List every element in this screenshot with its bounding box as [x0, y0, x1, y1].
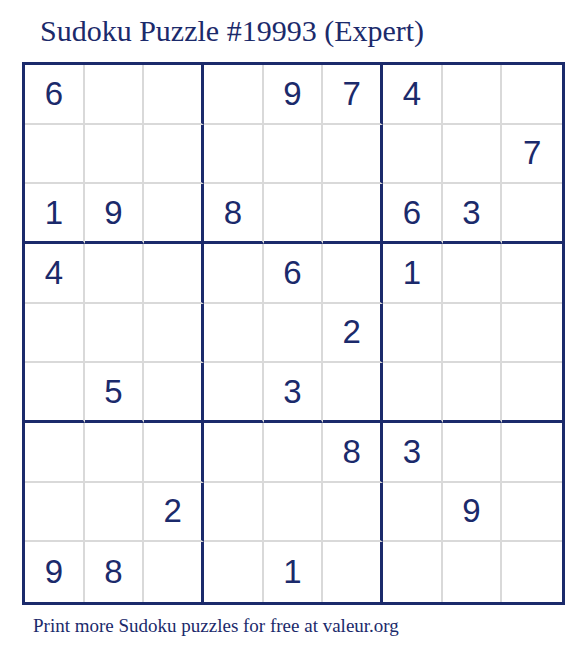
cell-r8c6-empty[interactable]	[323, 483, 383, 543]
cell-r4c4-empty[interactable]	[204, 244, 264, 304]
cell-r2c7-empty[interactable]	[383, 125, 443, 185]
cell-r7c8-empty[interactable]	[443, 423, 503, 483]
cell-r6c7-empty[interactable]	[383, 363, 443, 423]
cell-r2c8-empty[interactable]	[443, 125, 503, 185]
cell-r8c3-given-2[interactable]: 2	[144, 483, 204, 543]
cell-r7c5-empty[interactable]	[264, 423, 324, 483]
cell-r1c9-empty[interactable]	[502, 65, 562, 125]
cell-r8c4-empty[interactable]	[204, 483, 264, 543]
cell-r9c1-given-9[interactable]: 9	[25, 542, 85, 602]
cell-r5c5-empty[interactable]	[264, 304, 324, 364]
cell-r2c4-empty[interactable]	[204, 125, 264, 185]
cell-r1c6-given-7[interactable]: 7	[323, 65, 383, 125]
cell-r1c5-given-9[interactable]: 9	[264, 65, 324, 125]
cell-r2c5-empty[interactable]	[264, 125, 324, 185]
cell-r8c5-empty[interactable]	[264, 483, 324, 543]
cell-r9c7-empty[interactable]	[383, 542, 443, 602]
cell-r4c7-given-1[interactable]: 1	[383, 244, 443, 304]
cell-r1c8-empty[interactable]	[443, 65, 503, 125]
cell-r8c9-empty[interactable]	[502, 483, 562, 543]
cell-r3c9-empty[interactable]	[502, 184, 562, 244]
cell-r3c6-empty[interactable]	[323, 184, 383, 244]
cell-r5c4-empty[interactable]	[204, 304, 264, 364]
cell-r7c7-given-3[interactable]: 3	[383, 423, 443, 483]
cell-r6c8-empty[interactable]	[443, 363, 503, 423]
cell-r3c4-given-8[interactable]: 8	[204, 184, 264, 244]
page-title: Sudoku Puzzle #19993 (Expert)	[40, 14, 424, 48]
cell-r7c6-given-8[interactable]: 8	[323, 423, 383, 483]
cell-r2c3-empty[interactable]	[144, 125, 204, 185]
cell-r4c5-given-6[interactable]: 6	[264, 244, 324, 304]
cell-r1c4-empty[interactable]	[204, 65, 264, 125]
sudoku-grid: 69747198634612538329981	[22, 62, 565, 605]
cell-r1c3-empty[interactable]	[144, 65, 204, 125]
cell-r9c9-empty[interactable]	[502, 542, 562, 602]
cell-r5c7-empty[interactable]	[383, 304, 443, 364]
cell-r8c1-empty[interactable]	[25, 483, 85, 543]
cell-r7c4-empty[interactable]	[204, 423, 264, 483]
cell-r5c3-empty[interactable]	[144, 304, 204, 364]
cell-r9c2-given-8[interactable]: 8	[85, 542, 145, 602]
cell-r5c9-empty[interactable]	[502, 304, 562, 364]
cell-r2c1-empty[interactable]	[25, 125, 85, 185]
cell-r8c2-empty[interactable]	[85, 483, 145, 543]
cell-r4c8-empty[interactable]	[443, 244, 503, 304]
cell-r9c5-given-1[interactable]: 1	[264, 542, 324, 602]
cell-r9c3-empty[interactable]	[144, 542, 204, 602]
cell-r6c6-empty[interactable]	[323, 363, 383, 423]
cell-r5c6-given-2[interactable]: 2	[323, 304, 383, 364]
sudoku-page: Sudoku Puzzle #19993 (Expert) 6974719863…	[0, 0, 580, 651]
cell-r4c2-empty[interactable]	[85, 244, 145, 304]
cell-r7c1-empty[interactable]	[25, 423, 85, 483]
cell-r3c3-empty[interactable]	[144, 184, 204, 244]
cell-r4c1-given-4[interactable]: 4	[25, 244, 85, 304]
cell-r8c7-empty[interactable]	[383, 483, 443, 543]
cell-r1c2-empty[interactable]	[85, 65, 145, 125]
cell-r6c5-given-3[interactable]: 3	[264, 363, 324, 423]
cell-r3c8-given-3[interactable]: 3	[443, 184, 503, 244]
cell-r7c3-empty[interactable]	[144, 423, 204, 483]
cell-r6c3-empty[interactable]	[144, 363, 204, 423]
cell-r8c8-given-9[interactable]: 9	[443, 483, 503, 543]
cell-r5c2-empty[interactable]	[85, 304, 145, 364]
cell-r9c6-empty[interactable]	[323, 542, 383, 602]
cell-r3c1-given-1[interactable]: 1	[25, 184, 85, 244]
cell-r5c8-empty[interactable]	[443, 304, 503, 364]
cell-r7c2-empty[interactable]	[85, 423, 145, 483]
cell-r6c2-given-5[interactable]: 5	[85, 363, 145, 423]
cell-r4c9-empty[interactable]	[502, 244, 562, 304]
cell-r9c4-empty[interactable]	[204, 542, 264, 602]
cell-r3c5-empty[interactable]	[264, 184, 324, 244]
cell-r4c6-empty[interactable]	[323, 244, 383, 304]
cell-r6c4-empty[interactable]	[204, 363, 264, 423]
cell-r6c1-empty[interactable]	[25, 363, 85, 423]
cell-r7c9-empty[interactable]	[502, 423, 562, 483]
cell-r9c8-empty[interactable]	[443, 542, 503, 602]
cell-r4c3-empty[interactable]	[144, 244, 204, 304]
cell-r2c6-empty[interactable]	[323, 125, 383, 185]
cell-r2c2-empty[interactable]	[85, 125, 145, 185]
cell-r3c2-given-9[interactable]: 9	[85, 184, 145, 244]
cell-r5c1-empty[interactable]	[25, 304, 85, 364]
footer-text: Print more Sudoku puzzles for free at va…	[33, 615, 399, 637]
cell-r3c7-given-6[interactable]: 6	[383, 184, 443, 244]
cell-r1c7-given-4[interactable]: 4	[383, 65, 443, 125]
cell-r1c1-given-6[interactable]: 6	[25, 65, 85, 125]
cell-r2c9-given-7[interactable]: 7	[502, 125, 562, 185]
cell-r6c9-empty[interactable]	[502, 363, 562, 423]
